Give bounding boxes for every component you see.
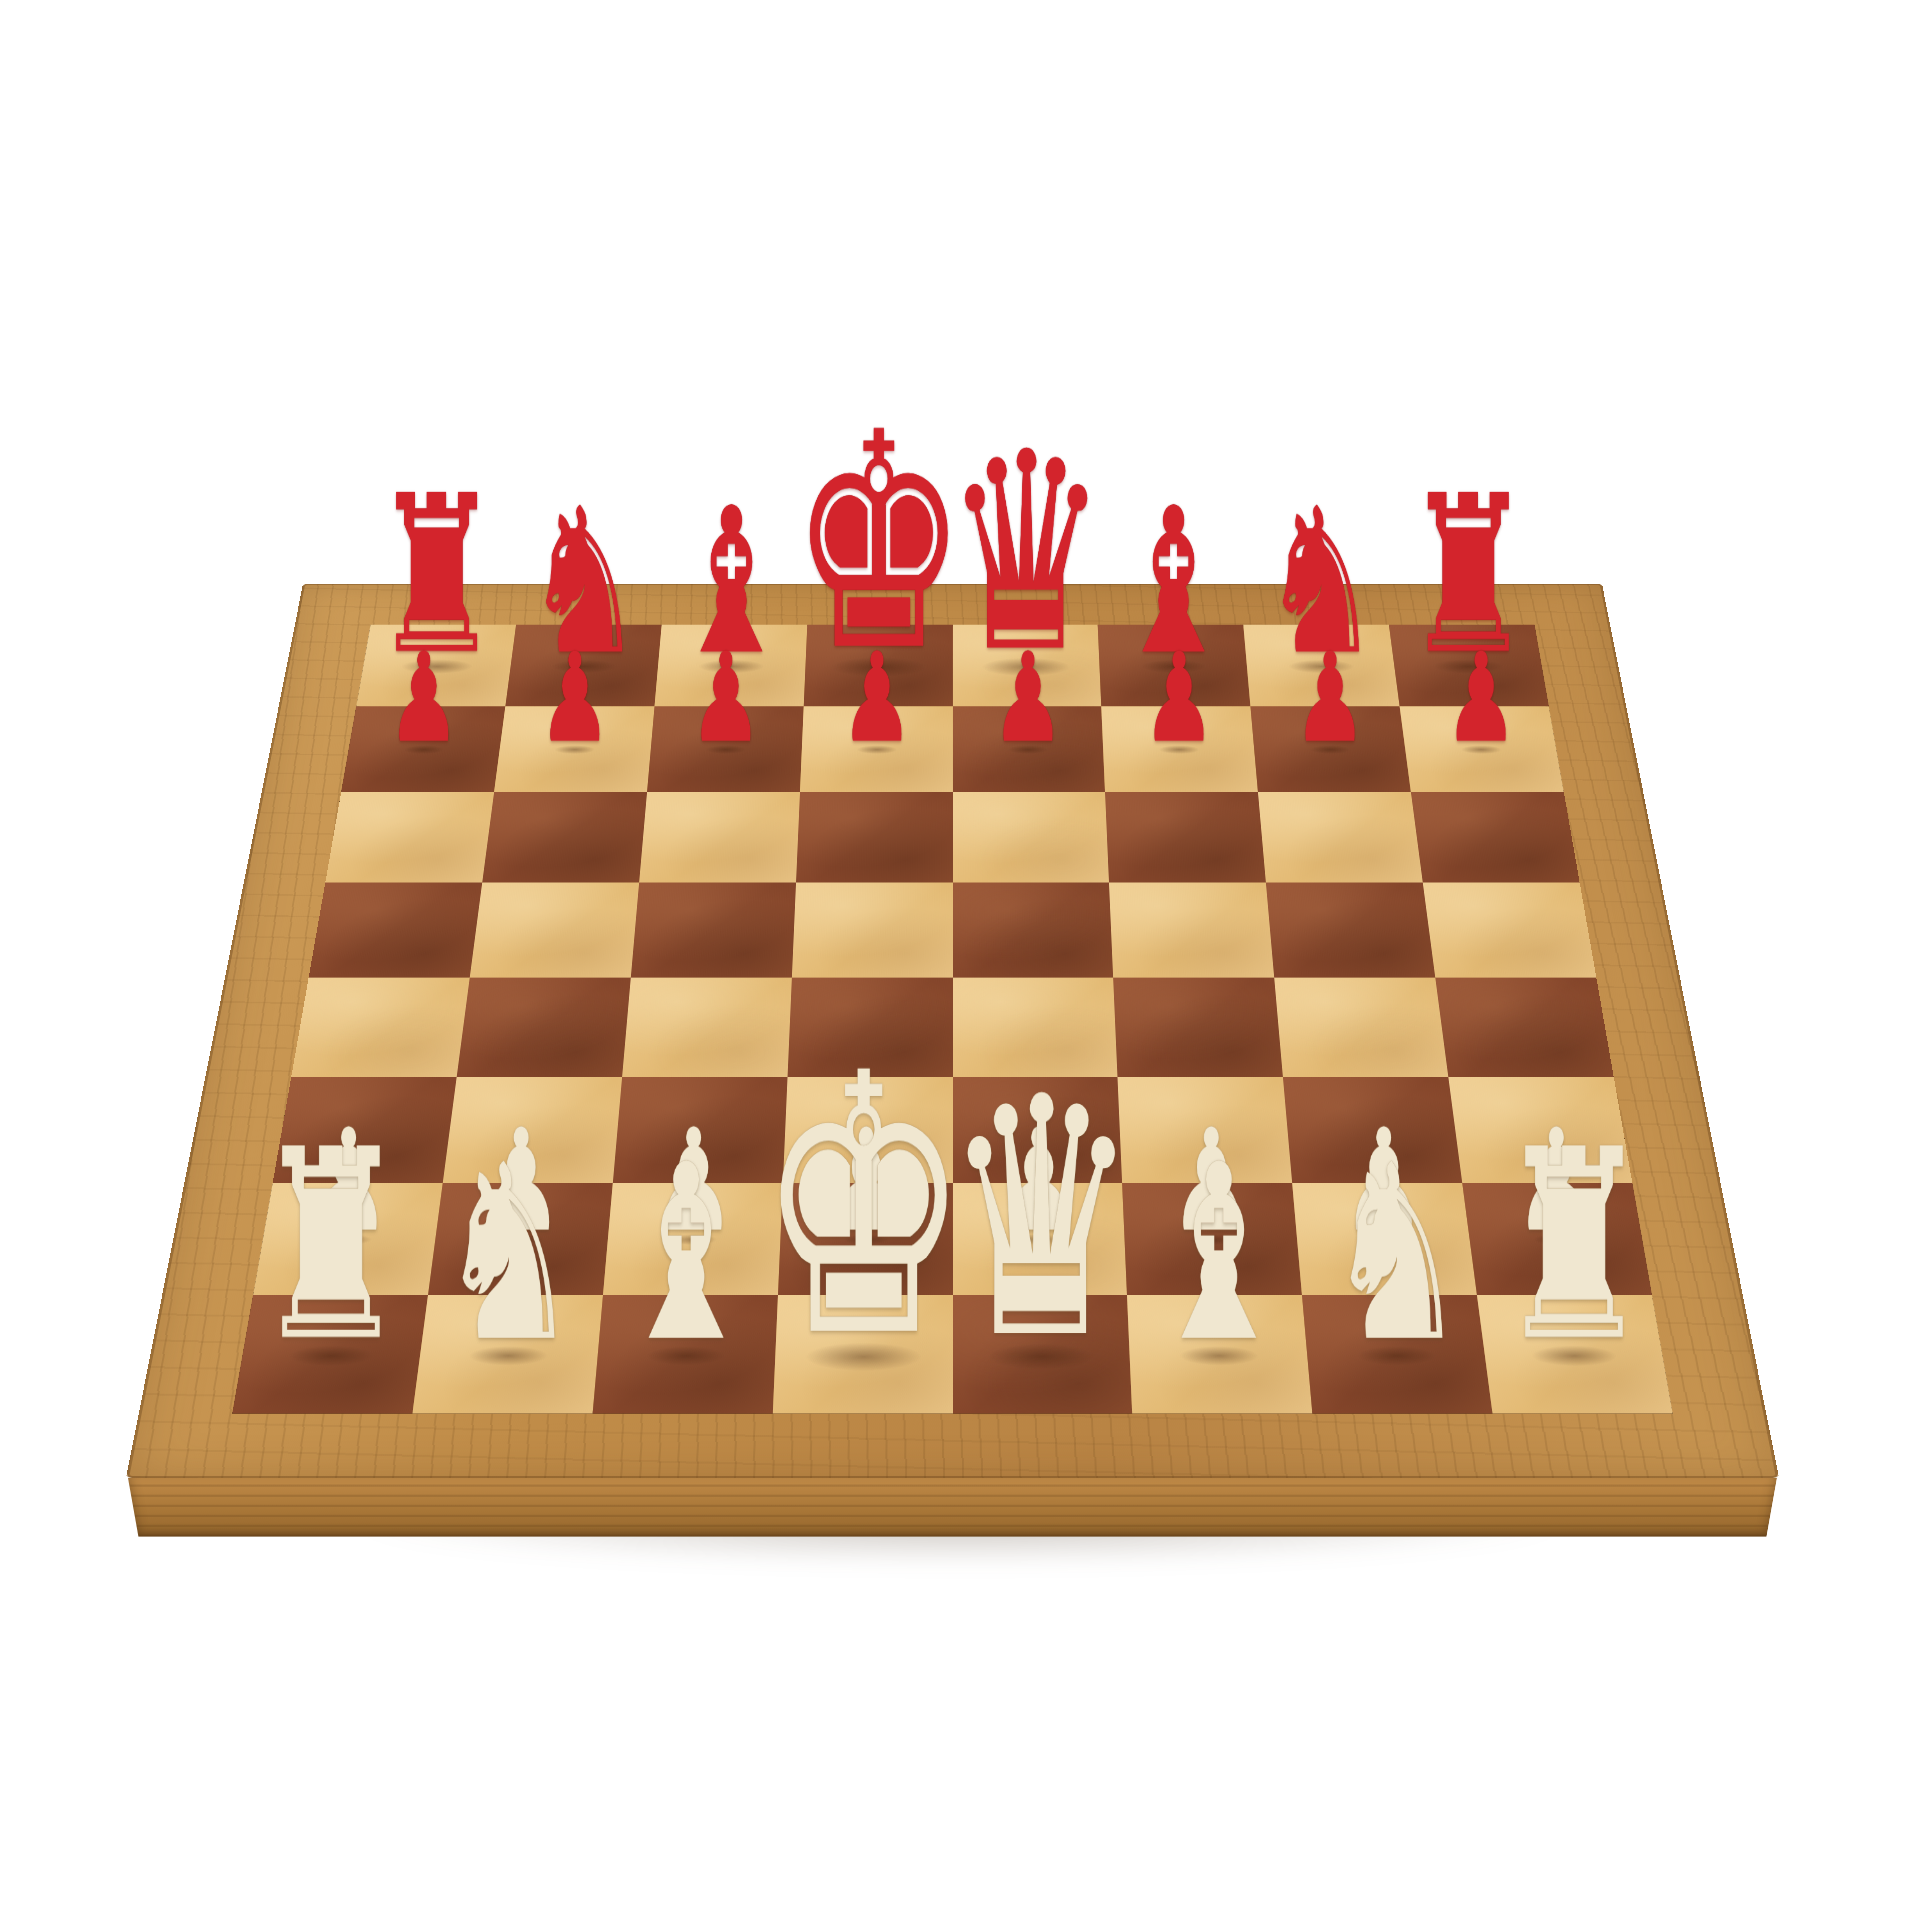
white-rook-a1: ♜ [254, 1115, 409, 1377]
square-g7: ♟ [1251, 706, 1411, 792]
square-f1: ♝ [1127, 1295, 1312, 1414]
square-f7: ♟ [1102, 706, 1259, 792]
board-frame: ♜♞♝♚♛♝♞♜♟♟♟♟♟♟♟♟♟♟♟♟♟♟♟♟♜♞♝♚♛♝♞♜ [126, 584, 1779, 1478]
white-queen-e1: ♛ [944, 1053, 1139, 1383]
square-h5 [1423, 882, 1596, 977]
square-g4 [1274, 977, 1448, 1077]
square-h4 [1435, 977, 1613, 1077]
square-h1: ♜ [1477, 1295, 1673, 1414]
square-c6 [639, 792, 800, 882]
white-knight-b1: ♞ [437, 1133, 581, 1376]
red-pawn-h7: ♟ [1444, 636, 1517, 760]
chessboard-scene: ♜♞♝♚♛♝♞♜♟♟♟♟♟♟♟♟♟♟♟♟♟♟♟♟♜♞♝♚♛♝♞♜ [126, 0, 1779, 1478]
white-knight-g1: ♞ [1324, 1133, 1468, 1376]
square-d1: ♚ [772, 1295, 952, 1414]
square-b5 [470, 882, 639, 977]
square-g1: ♞ [1302, 1295, 1492, 1414]
red-pawn-a7: ♟ [388, 636, 461, 760]
square-a5 [309, 882, 482, 977]
red-pawn-d7: ♟ [840, 636, 913, 760]
photo-stage: ♜♞♝♚♛♝♞♜♟♟♟♟♟♟♟♟♟♟♟♟♟♟♟♟♜♞♝♚♛♝♞♜ [0, 0, 1920, 1920]
red-pawn-b7: ♟ [538, 636, 611, 760]
white-rook-h1: ♜ [1496, 1115, 1651, 1377]
red-pawn-g7: ♟ [1293, 636, 1366, 760]
square-d5 [792, 882, 953, 977]
square-h7: ♟ [1400, 706, 1564, 792]
square-g5 [1266, 882, 1435, 977]
square-e6 [953, 792, 1110, 882]
square-c1: ♝ [592, 1295, 777, 1414]
square-b6 [482, 792, 647, 882]
red-pawn-e7: ♟ [991, 636, 1064, 760]
square-c5 [631, 882, 796, 977]
red-pawn-c7: ♟ [689, 636, 762, 760]
square-f5 [1109, 882, 1274, 977]
white-king-d1: ♚ [758, 1027, 970, 1386]
white-bishop-c1: ♝ [615, 1133, 759, 1376]
square-a4 [291, 977, 469, 1077]
square-c7: ♟ [647, 706, 804, 792]
board-grid: ♜♞♝♚♛♝♞♜♟♟♟♟♟♟♟♟♟♟♟♟♟♟♟♟♜♞♝♚♛♝♞♜ [232, 625, 1672, 1414]
square-e1: ♛ [953, 1295, 1133, 1414]
square-b4 [457, 977, 631, 1077]
square-e7: ♟ [953, 706, 1106, 792]
square-g6 [1258, 792, 1423, 882]
square-b7: ♟ [494, 706, 654, 792]
red-pawn-f7: ♟ [1142, 636, 1215, 760]
square-h6 [1411, 792, 1580, 882]
square-d7: ♟ [800, 706, 953, 792]
square-d6 [796, 792, 953, 882]
board-frame-front-face [128, 1478, 1777, 1537]
white-bishop-f1: ♝ [1147, 1133, 1291, 1376]
square-a7: ♟ [341, 706, 505, 792]
square-b1: ♞ [412, 1295, 602, 1414]
square-e5 [953, 882, 1114, 977]
square-a1: ♜ [232, 1295, 428, 1414]
square-a6 [325, 792, 494, 882]
square-f6 [1105, 792, 1266, 882]
